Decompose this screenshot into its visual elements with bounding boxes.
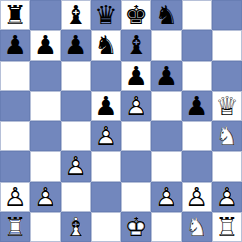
piece-white-pawn[interactable]: ♟♙ bbox=[182, 182, 212, 212]
square-f7[interactable] bbox=[151, 30, 181, 60]
piece-white-pawn[interactable]: ♟♙ bbox=[30, 182, 60, 212]
piece-white-bishop[interactable]: ♝♗ bbox=[61, 212, 91, 242]
square-d5[interactable]: ♟ bbox=[91, 91, 121, 121]
white-knight-outline: ♘ bbox=[182, 212, 212, 242]
white-rook-outline: ♖ bbox=[0, 212, 30, 242]
black-pawn-glyph: ♟ bbox=[121, 61, 151, 91]
square-f8[interactable]: ♞ bbox=[151, 0, 181, 30]
square-h4[interactable]: ♞♘ bbox=[212, 121, 242, 151]
square-d2[interactable] bbox=[91, 182, 121, 212]
white-pawn-outline: ♙ bbox=[121, 91, 151, 121]
square-h6[interactable] bbox=[212, 61, 242, 91]
square-b7[interactable]: ♟ bbox=[30, 30, 60, 60]
square-h3[interactable] bbox=[212, 151, 242, 181]
piece-black-bishop[interactable]: ♝ bbox=[61, 0, 91, 30]
piece-black-pawn[interactable]: ♟ bbox=[151, 61, 181, 91]
piece-black-pawn[interactable]: ♟ bbox=[0, 30, 30, 60]
square-g5[interactable]: ♟ bbox=[182, 91, 212, 121]
black-pawn-glyph: ♟ bbox=[61, 30, 91, 60]
black-pawn-glyph: ♟ bbox=[151, 61, 181, 91]
square-d3[interactable] bbox=[91, 151, 121, 181]
piece-white-pawn[interactable]: ♟♙ bbox=[151, 182, 181, 212]
square-a1[interactable]: ♜♖ bbox=[0, 212, 30, 242]
square-b8[interactable] bbox=[30, 0, 60, 30]
white-rook-outline: ♖ bbox=[212, 212, 242, 242]
square-a3[interactable] bbox=[0, 151, 30, 181]
square-f5[interactable] bbox=[151, 91, 181, 121]
white-bishop-outline: ♗ bbox=[61, 212, 91, 242]
piece-black-bishop[interactable]: ♝ bbox=[121, 30, 151, 60]
square-h7[interactable] bbox=[212, 30, 242, 60]
square-g3[interactable] bbox=[182, 151, 212, 181]
square-g2[interactable]: ♟♙ bbox=[182, 182, 212, 212]
black-queen-glyph: ♛ bbox=[91, 0, 121, 30]
piece-white-queen[interactable]: ♛♕ bbox=[212, 91, 242, 121]
black-pawn-glyph: ♟ bbox=[91, 91, 121, 121]
piece-white-pawn[interactable]: ♟♙ bbox=[121, 91, 151, 121]
black-pawn-glyph: ♟ bbox=[30, 30, 60, 60]
square-c1[interactable]: ♝♗ bbox=[61, 212, 91, 242]
square-e8[interactable]: ♚ bbox=[121, 0, 151, 30]
square-g7[interactable] bbox=[182, 30, 212, 60]
square-g8[interactable] bbox=[182, 0, 212, 30]
piece-white-pawn[interactable]: ♟♙ bbox=[61, 151, 91, 181]
square-f4[interactable] bbox=[151, 121, 181, 151]
square-e3[interactable] bbox=[121, 151, 151, 181]
square-d4[interactable]: ♟♙ bbox=[91, 121, 121, 151]
white-king-outline: ♔ bbox=[121, 212, 151, 242]
square-h5[interactable]: ♛♕ bbox=[212, 91, 242, 121]
square-d7[interactable]: ♞ bbox=[91, 30, 121, 60]
piece-white-knight[interactable]: ♞♘ bbox=[182, 212, 212, 242]
square-c2[interactable] bbox=[61, 182, 91, 212]
square-a2[interactable]: ♟♙ bbox=[0, 182, 30, 212]
chess-board: ♜♝♛♚♞♟♟♟♞♝♟♟♟♟♙♟♛♕♟♙♞♘♟♙♟♙♟♙♟♙♟♙♟♙♜♖♝♗♚♔… bbox=[0, 0, 242, 242]
square-e5[interactable]: ♟♙ bbox=[121, 91, 151, 121]
square-e7[interactable]: ♝ bbox=[121, 30, 151, 60]
square-e4[interactable] bbox=[121, 121, 151, 151]
piece-black-pawn[interactable]: ♟ bbox=[91, 91, 121, 121]
square-h8[interactable] bbox=[212, 0, 242, 30]
square-b6[interactable] bbox=[30, 61, 60, 91]
square-h1[interactable]: ♜♖ bbox=[212, 212, 242, 242]
white-knight-outline: ♘ bbox=[212, 121, 242, 151]
piece-white-rook[interactable]: ♜♖ bbox=[212, 212, 242, 242]
white-pawn-outline: ♙ bbox=[151, 182, 181, 212]
black-rook-glyph: ♜ bbox=[0, 0, 30, 30]
piece-black-queen[interactable]: ♛ bbox=[91, 0, 121, 30]
piece-black-pawn[interactable]: ♟ bbox=[30, 30, 60, 60]
square-f2[interactable]: ♟♙ bbox=[151, 182, 181, 212]
square-b3[interactable] bbox=[30, 151, 60, 181]
square-b4[interactable] bbox=[30, 121, 60, 151]
square-a5[interactable] bbox=[0, 91, 30, 121]
square-e2[interactable] bbox=[121, 182, 151, 212]
square-b5[interactable] bbox=[30, 91, 60, 121]
square-e1[interactable]: ♚♔ bbox=[121, 212, 151, 242]
black-pawn-glyph: ♟ bbox=[0, 30, 30, 60]
square-g1[interactable]: ♞♘ bbox=[182, 212, 212, 242]
piece-white-king[interactable]: ♚♔ bbox=[121, 212, 151, 242]
black-knight-glyph: ♞ bbox=[151, 0, 181, 30]
white-pawn-outline: ♙ bbox=[182, 182, 212, 212]
square-f1[interactable] bbox=[151, 212, 181, 242]
square-b2[interactable]: ♟♙ bbox=[30, 182, 60, 212]
black-bishop-glyph: ♝ bbox=[61, 0, 91, 30]
square-f6[interactable]: ♟ bbox=[151, 61, 181, 91]
piece-black-pawn[interactable]: ♟ bbox=[121, 61, 151, 91]
white-pawn-outline: ♙ bbox=[91, 121, 121, 151]
square-e6[interactable]: ♟ bbox=[121, 61, 151, 91]
black-pawn-glyph: ♟ bbox=[182, 91, 212, 121]
piece-black-knight[interactable]: ♞ bbox=[151, 0, 181, 30]
white-queen-outline: ♕ bbox=[212, 91, 242, 121]
piece-black-pawn[interactable]: ♟ bbox=[182, 91, 212, 121]
square-g4[interactable] bbox=[182, 121, 212, 151]
square-c4[interactable] bbox=[61, 121, 91, 151]
piece-black-pawn[interactable]: ♟ bbox=[61, 30, 91, 60]
square-c3[interactable]: ♟♙ bbox=[61, 151, 91, 181]
square-d8[interactable]: ♛ bbox=[91, 0, 121, 30]
piece-white-rook[interactable]: ♜♖ bbox=[0, 212, 30, 242]
square-c6[interactable] bbox=[61, 61, 91, 91]
square-a7[interactable]: ♟ bbox=[0, 30, 30, 60]
square-b1[interactable] bbox=[30, 212, 60, 242]
white-pawn-outline: ♙ bbox=[0, 182, 30, 212]
black-bishop-glyph: ♝ bbox=[121, 30, 151, 60]
piece-white-pawn[interactable]: ♟♙ bbox=[91, 121, 121, 151]
piece-white-knight[interactable]: ♞♘ bbox=[212, 121, 242, 151]
square-a8[interactable]: ♜ bbox=[0, 0, 30, 30]
piece-black-king[interactable]: ♚ bbox=[121, 0, 151, 30]
square-d1[interactable] bbox=[91, 212, 121, 242]
white-pawn-outline: ♙ bbox=[212, 182, 242, 212]
square-c7[interactable]: ♟ bbox=[61, 30, 91, 60]
piece-white-pawn[interactable]: ♟♙ bbox=[0, 182, 30, 212]
piece-black-knight[interactable]: ♞ bbox=[91, 30, 121, 60]
square-h2[interactable]: ♟♙ bbox=[212, 182, 242, 212]
square-c8[interactable]: ♝ bbox=[61, 0, 91, 30]
black-knight-glyph: ♞ bbox=[91, 30, 121, 60]
square-a6[interactable] bbox=[0, 61, 30, 91]
black-king-glyph: ♚ bbox=[121, 0, 151, 30]
square-g6[interactable] bbox=[182, 61, 212, 91]
white-pawn-outline: ♙ bbox=[61, 151, 91, 181]
square-f3[interactable] bbox=[151, 151, 181, 181]
piece-black-rook[interactable]: ♜ bbox=[0, 0, 30, 30]
white-pawn-outline: ♙ bbox=[30, 182, 60, 212]
square-d6[interactable] bbox=[91, 61, 121, 91]
square-c5[interactable] bbox=[61, 91, 91, 121]
piece-white-pawn[interactable]: ♟♙ bbox=[212, 182, 242, 212]
square-a4[interactable] bbox=[0, 121, 30, 151]
